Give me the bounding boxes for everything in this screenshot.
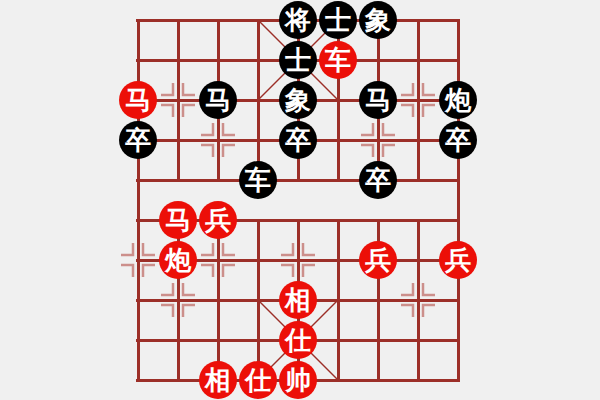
black-soldier[interactable]: 卒 xyxy=(119,121,157,159)
red-horse[interactable]: 马 xyxy=(159,201,197,239)
red-elephant[interactable]: 相 xyxy=(199,361,237,399)
black-horse[interactable]: 马 xyxy=(199,81,237,119)
black-advisor[interactable]: 士 xyxy=(279,41,317,79)
red-soldier[interactable]: 兵 xyxy=(199,201,237,239)
red-chariot[interactable]: 车 xyxy=(319,41,357,79)
red-soldier[interactable]: 兵 xyxy=(439,241,477,279)
red-advisor[interactable]: 仕 xyxy=(279,321,317,359)
black-elephant[interactable]: 象 xyxy=(279,81,317,119)
black-chariot[interactable]: 车 xyxy=(239,161,277,199)
red-king[interactable]: 帅 xyxy=(279,361,317,399)
black-horse[interactable]: 马 xyxy=(359,81,397,119)
red-cannon[interactable]: 炮 xyxy=(159,241,197,279)
black-king[interactable]: 将 xyxy=(279,1,317,39)
red-advisor[interactable]: 仕 xyxy=(239,361,277,399)
black-soldier[interactable]: 卒 xyxy=(279,121,317,159)
black-soldier[interactable]: 卒 xyxy=(439,121,477,159)
xiangqi-board[interactable]: 将士象士车马马象马炮卒卒卒车卒马兵炮兵兵相仕相仕帅 xyxy=(0,0,600,400)
red-elephant[interactable]: 相 xyxy=(279,281,317,319)
black-elephant[interactable]: 象 xyxy=(359,1,397,39)
red-soldier[interactable]: 兵 xyxy=(359,241,397,279)
black-cannon[interactable]: 炮 xyxy=(439,81,477,119)
red-horse[interactable]: 马 xyxy=(119,81,157,119)
black-advisor[interactable]: 士 xyxy=(319,1,357,39)
black-soldier[interactable]: 卒 xyxy=(359,161,397,199)
